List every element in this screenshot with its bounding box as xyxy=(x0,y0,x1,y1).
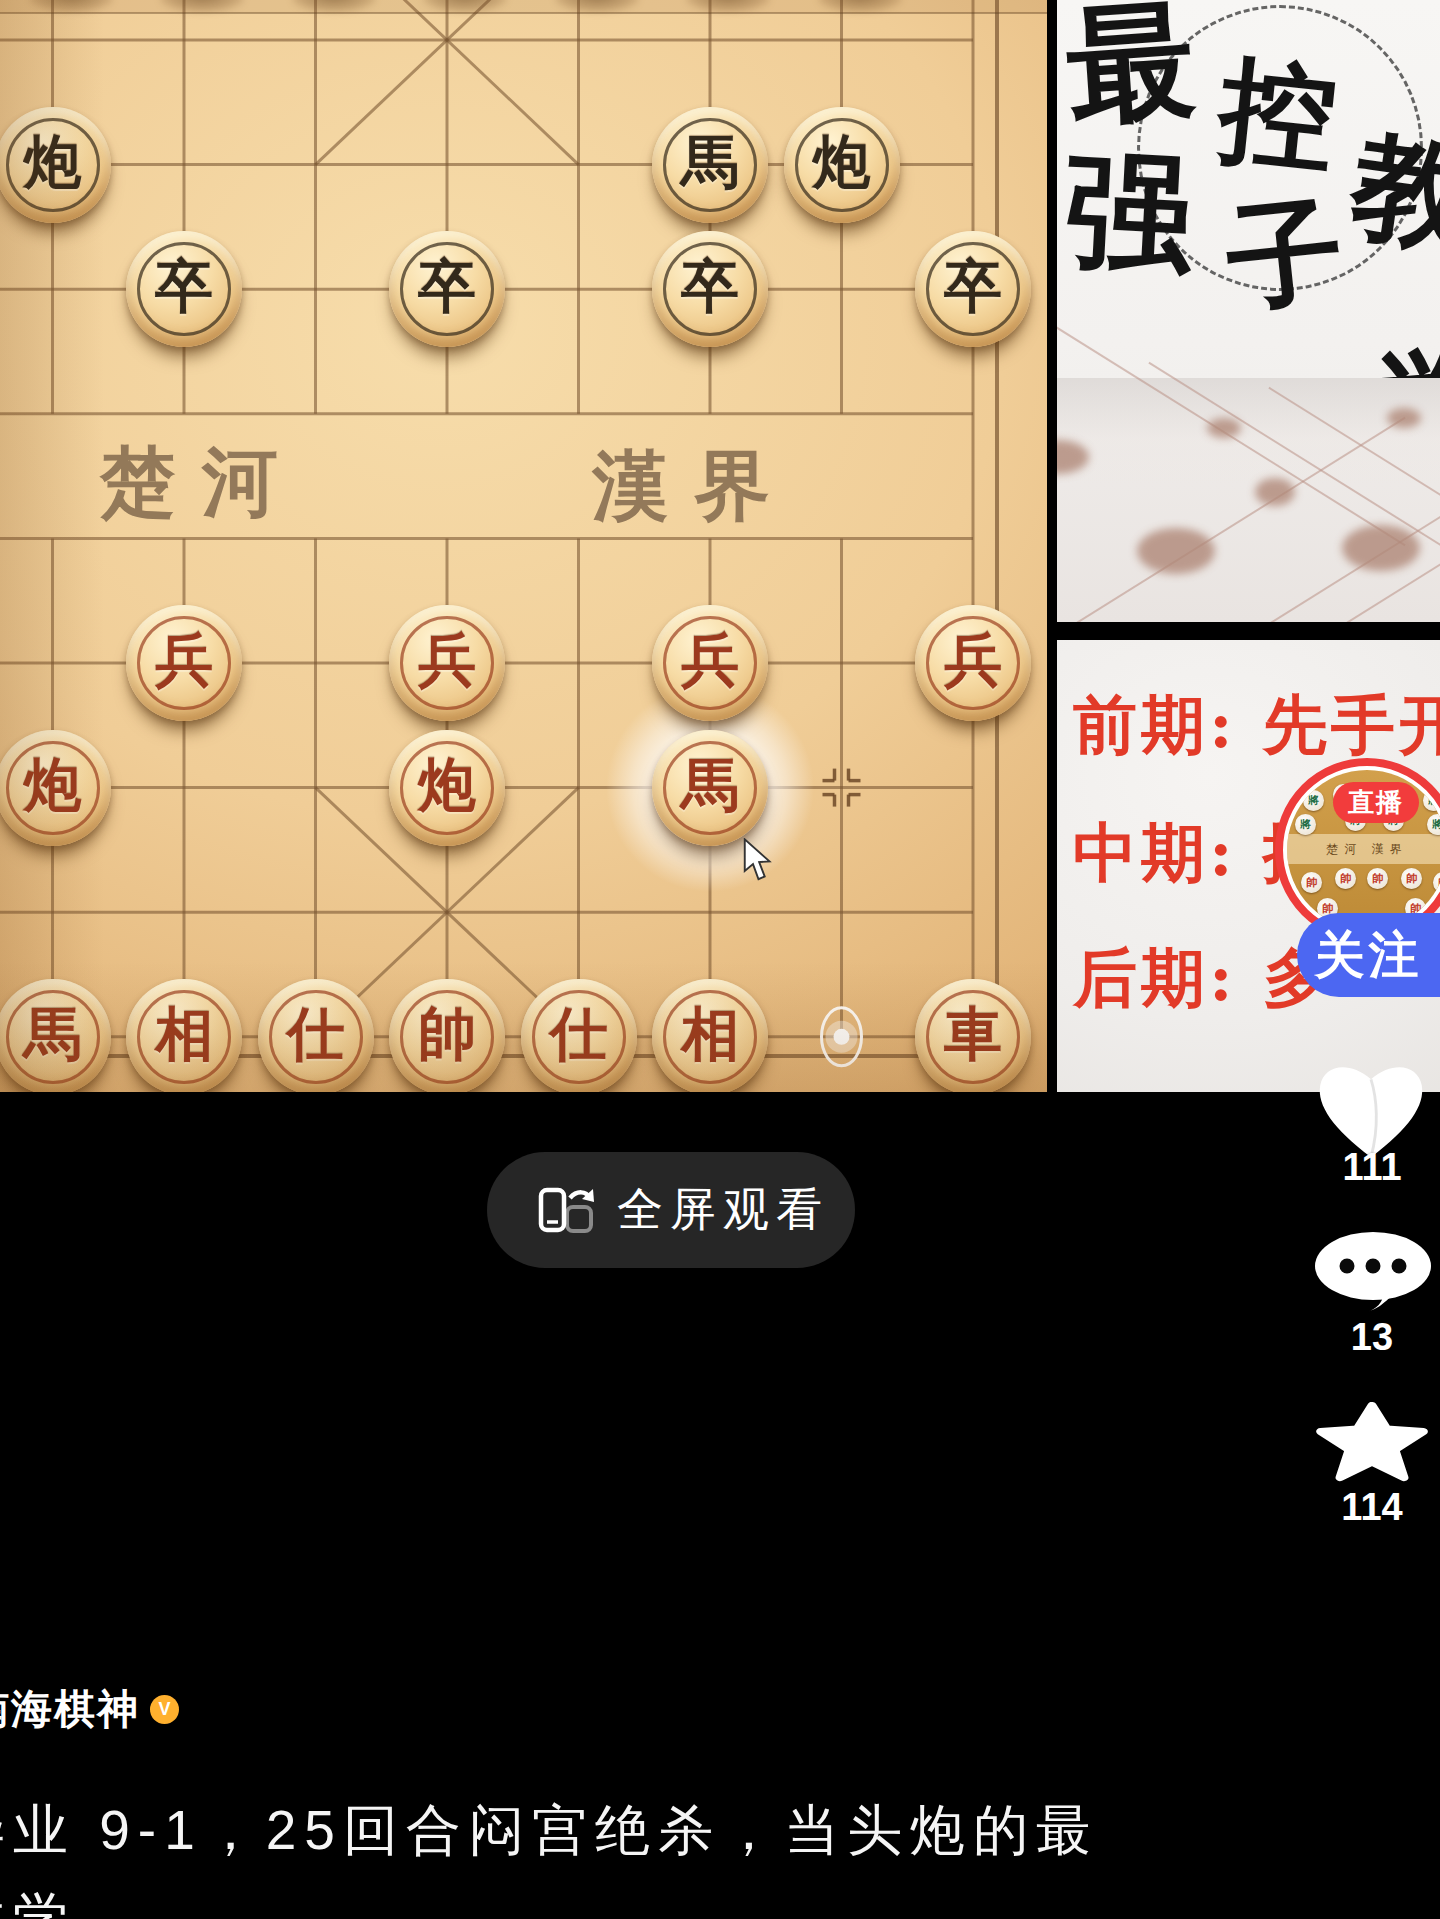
favorite-star-icon[interactable] xyxy=(1315,1402,1429,1482)
calligraphy-char: 强 xyxy=(1062,145,1197,280)
live-badge[interactable]: 直播 xyxy=(1333,782,1419,823)
piece-glyph: 卒 xyxy=(915,228,1031,344)
piece-red-f5r8: 炮 xyxy=(389,730,505,846)
piece-black-f9r4: 卒 xyxy=(915,231,1031,347)
piece-red-f4r10: 仕 xyxy=(258,979,374,1092)
piece-black-f3r4: 卒 xyxy=(126,231,242,347)
piece-red-f5r10: 帥 xyxy=(389,979,505,1092)
calligraphy-char: 教 xyxy=(1345,124,1440,257)
piece-glyph: 馬 xyxy=(0,976,111,1092)
video-thumbnail-top[interactable]: 最 强 控 子 教 学 xyxy=(1057,0,1440,622)
thumbnail-board-photo xyxy=(1057,378,1440,622)
piece-red-f7r7: 兵 xyxy=(652,605,768,721)
piece-glyph: 炮 xyxy=(784,104,900,220)
piece-glyph: 仕 xyxy=(258,976,374,1092)
piece-glyph: 卒 xyxy=(126,228,242,344)
piece-glyph: 炮 xyxy=(389,727,505,843)
rotate-phone-icon xyxy=(537,1183,595,1237)
piece-red-f9r10: 車 xyxy=(915,979,1031,1092)
piece-glyph: 相 xyxy=(126,976,242,1092)
piece-glyph: 卒 xyxy=(652,228,768,344)
piece-red-f2r8: 炮 xyxy=(0,730,111,846)
mouse-cursor-icon xyxy=(742,838,775,882)
calligraphy-char: 子 xyxy=(1221,190,1348,317)
piece-red-f6r10: 仕 xyxy=(521,979,637,1092)
piece-black-f2r3: 炮 xyxy=(0,107,111,223)
piece-glyph: 兵 xyxy=(126,602,242,718)
comment-bubble-icon[interactable] xyxy=(1313,1230,1433,1314)
piece-red-f7r8: 馬 xyxy=(652,730,768,846)
piece-glyph: 馬 xyxy=(652,727,768,843)
thumbnail-seam xyxy=(1057,622,1440,640)
like-count: 111 xyxy=(1302,1146,1440,1189)
piece-red-f7r10: 相 xyxy=(652,979,768,1092)
fullscreen-label: 全屏观看 xyxy=(617,1179,829,1241)
piece-red-f2r10: 馬 xyxy=(0,979,111,1092)
caption-line-2: 教学 xyxy=(0,1882,76,1919)
piece-black-f7r3: 馬 xyxy=(652,107,768,223)
piece-red-f5r7: 兵 xyxy=(389,605,505,721)
piece-red-f3r7: 兵 xyxy=(126,605,242,721)
piece-glyph: 炮 xyxy=(0,727,111,843)
piece-glyph: 兵 xyxy=(915,602,1031,718)
right-panel: 最 强 控 子 教 学 前期: 先手开 中期: 控 后期: 多 楚河 漢界 將將… xyxy=(1057,0,1440,1092)
caption-line-1: 毕业 9-1，25回合闷宫绝杀，当头炮的最 xyxy=(0,1794,1099,1868)
favorite-count: 114 xyxy=(1302,1486,1440,1529)
piece-glyph: 仕 xyxy=(521,976,637,1092)
piece-black-f7r4: 卒 xyxy=(652,231,768,347)
piece-red-f9r7: 兵 xyxy=(915,605,1031,721)
piece-glyph: 兵 xyxy=(652,602,768,718)
piece-glyph: 兵 xyxy=(389,602,505,718)
piece-glyph: 馬 xyxy=(652,104,768,220)
follow-label: 关注 xyxy=(1315,922,1423,989)
calligraphy-char: 最 xyxy=(1063,0,1200,130)
thumb-text-line: 前期: 先手开 xyxy=(1073,682,1440,769)
piece-red-f3r10: 相 xyxy=(126,979,242,1092)
follow-button[interactable]: 关注 xyxy=(1297,913,1440,997)
river-label-right: 漢界 xyxy=(592,436,796,539)
avatar-board-river: 楚河 漢界 xyxy=(1326,841,1407,858)
piece-glyph: 炮 xyxy=(0,104,111,220)
piece-black-f8r3: 炮 xyxy=(784,107,900,223)
piece-glyph: 帥 xyxy=(389,976,505,1092)
calligraphy-char: 控 xyxy=(1214,49,1341,176)
verified-badge: V xyxy=(150,1695,179,1724)
thumb-text-line: 后期: 多 xyxy=(1073,935,1331,1022)
fullscreen-button[interactable]: 全屏观看 xyxy=(487,1152,855,1268)
author-row[interactable]: 南海棋神 V xyxy=(0,1682,179,1737)
comment-count: 13 xyxy=(1302,1316,1440,1359)
piece-glyph: 車 xyxy=(915,976,1031,1092)
author-name: 南海棋神 xyxy=(0,1682,140,1737)
river-label-left: 楚河 xyxy=(100,432,304,535)
piece-glyph: 相 xyxy=(652,976,768,1092)
xiangqi-board-video[interactable]: 楚河 漢界 炮馬炮卒卒卒卒兵兵兵兵炮炮馬馬相仕帥仕相車 xyxy=(0,0,1047,1092)
screen: 楚河 漢界 炮馬炮卒卒卒卒兵兵兵兵炮炮馬馬相仕帥仕相車 最 强 控 子 教 学 … xyxy=(0,0,1440,1919)
piece-glyph: 卒 xyxy=(389,228,505,344)
live-badge-label: 直播 xyxy=(1348,785,1404,820)
piece-black-f5r4: 卒 xyxy=(389,231,505,347)
